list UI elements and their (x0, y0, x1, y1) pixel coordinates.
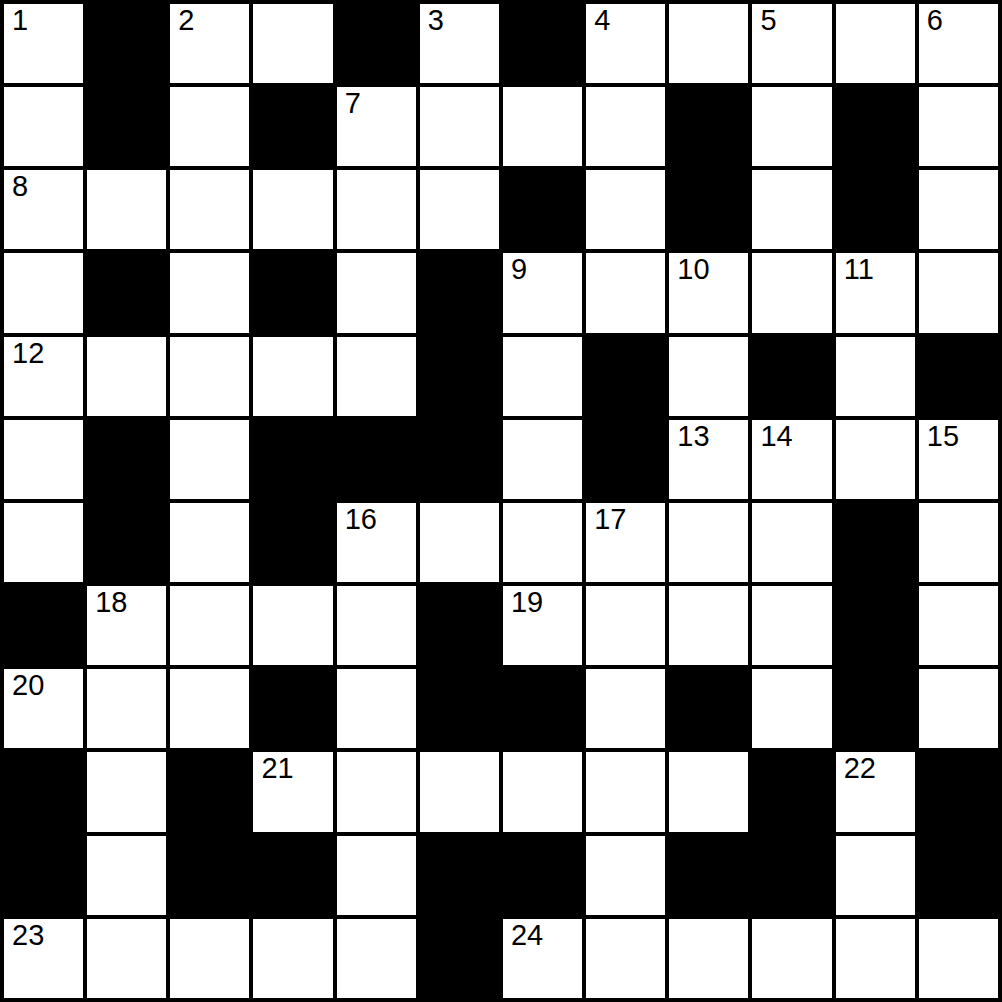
white-cell-r0c3[interactable] (253, 4, 332, 83)
black-cell-r9c9 (752, 752, 831, 831)
clue-number-15: 15 (927, 421, 959, 453)
white-cell-r3c8[interactable]: 10 (669, 253, 748, 332)
black-cell-r4c7 (586, 337, 665, 416)
white-cell-r2c4[interactable] (337, 170, 416, 249)
black-cell-r6c1 (87, 503, 166, 582)
black-cell-r7c0 (4, 586, 83, 665)
white-cell-r6c4[interactable]: 16 (337, 503, 416, 582)
white-cell-r2c5[interactable] (420, 170, 499, 249)
white-cell-r3c6[interactable]: 9 (503, 253, 582, 332)
white-cell-r1c11[interactable] (919, 87, 998, 166)
white-cell-r9c1[interactable] (87, 752, 166, 831)
white-cell-r9c3[interactable]: 21 (253, 752, 332, 831)
white-cell-r7c4[interactable] (337, 586, 416, 665)
black-cell-r5c4 (337, 420, 416, 499)
white-cell-r7c1[interactable]: 18 (87, 586, 166, 665)
white-cell-r8c11[interactable] (919, 669, 998, 748)
black-cell-r10c9 (752, 836, 831, 915)
clue-number-2: 2 (178, 5, 194, 37)
white-cell-r11c2[interactable] (170, 919, 249, 998)
clue-number-5: 5 (760, 5, 776, 37)
black-cell-r4c5 (420, 337, 499, 416)
black-cell-r3c3 (253, 253, 332, 332)
white-cell-r1c9[interactable] (752, 87, 831, 166)
white-cell-r11c6[interactable]: 24 (503, 919, 582, 998)
white-cell-r0c9[interactable]: 5 (752, 4, 831, 83)
white-cell-r3c10[interactable]: 11 (836, 253, 915, 332)
white-cell-r6c7[interactable]: 17 (586, 503, 665, 582)
white-cell-r1c6[interactable] (503, 87, 582, 166)
white-cell-r5c2[interactable] (170, 420, 249, 499)
white-cell-r4c3[interactable] (253, 337, 332, 416)
white-cell-r5c9[interactable]: 14 (752, 420, 831, 499)
white-cell-r4c6[interactable] (503, 337, 582, 416)
white-cell-r8c9[interactable] (752, 669, 831, 748)
clue-number-3: 3 (428, 5, 444, 37)
black-cell-r5c7 (586, 420, 665, 499)
white-cell-r3c2[interactable] (170, 253, 249, 332)
black-cell-r6c10 (836, 503, 915, 582)
white-cell-r11c3[interactable] (253, 919, 332, 998)
black-cell-r10c5 (420, 836, 499, 915)
black-cell-r7c10 (836, 586, 915, 665)
black-cell-r6c3 (253, 503, 332, 582)
white-cell-r1c0[interactable] (4, 87, 83, 166)
black-cell-r8c6 (503, 669, 582, 748)
white-cell-r6c8[interactable] (669, 503, 748, 582)
white-cell-r9c5[interactable] (420, 752, 499, 831)
white-cell-r3c9[interactable] (752, 253, 831, 332)
white-cell-r3c0[interactable] (4, 253, 83, 332)
black-cell-r5c1 (87, 420, 166, 499)
black-cell-r11c5 (420, 919, 499, 998)
white-cell-r0c10[interactable] (836, 4, 915, 83)
white-cell-r11c7[interactable] (586, 919, 665, 998)
white-cell-r9c7[interactable] (586, 752, 665, 831)
white-cell-r11c4[interactable] (337, 919, 416, 998)
clue-number-17: 17 (594, 504, 626, 536)
white-cell-r1c2[interactable] (170, 87, 249, 166)
white-cell-r0c2[interactable]: 2 (170, 4, 249, 83)
white-cell-r10c10[interactable] (836, 836, 915, 915)
white-cell-r2c9[interactable] (752, 170, 831, 249)
white-cell-r8c1[interactable] (87, 669, 166, 748)
white-cell-r8c2[interactable] (170, 669, 249, 748)
white-cell-r11c8[interactable] (669, 919, 748, 998)
white-cell-r10c4[interactable] (337, 836, 416, 915)
white-cell-r9c10[interactable]: 22 (836, 752, 915, 831)
clue-number-10: 10 (677, 254, 709, 286)
clue-number-4: 4 (594, 5, 610, 37)
black-cell-r10c6 (503, 836, 582, 915)
black-cell-r10c8 (669, 836, 748, 915)
clue-number-23: 23 (12, 920, 44, 952)
clue-number-18: 18 (95, 587, 127, 619)
white-cell-r8c0[interactable]: 20 (4, 669, 83, 748)
clue-number-19: 19 (511, 587, 543, 619)
black-cell-r8c3 (253, 669, 332, 748)
white-cell-r11c9[interactable] (752, 919, 831, 998)
white-cell-r4c4[interactable] (337, 337, 416, 416)
black-cell-r0c1 (87, 4, 166, 83)
black-cell-r4c9 (752, 337, 831, 416)
black-cell-r8c10 (836, 669, 915, 748)
clue-number-16: 16 (345, 504, 377, 536)
black-cell-r3c1 (87, 253, 166, 332)
white-cell-r3c4[interactable] (337, 253, 416, 332)
white-cell-r4c0[interactable]: 12 (4, 337, 83, 416)
white-cell-r9c6[interactable] (503, 752, 582, 831)
white-cell-r4c10[interactable] (836, 337, 915, 416)
white-cell-r9c8[interactable] (669, 752, 748, 831)
white-cell-r5c8[interactable]: 13 (669, 420, 748, 499)
white-cell-r2c11[interactable] (919, 170, 998, 249)
white-cell-r3c11[interactable] (919, 253, 998, 332)
white-cell-r2c3[interactable] (253, 170, 332, 249)
white-cell-r5c6[interactable] (503, 420, 582, 499)
black-cell-r3c5 (420, 253, 499, 332)
white-cell-r5c0[interactable] (4, 420, 83, 499)
black-cell-r8c8 (669, 669, 748, 748)
black-cell-r1c1 (87, 87, 166, 166)
white-cell-r2c7[interactable] (586, 170, 665, 249)
white-cell-r1c4[interactable]: 7 (337, 87, 416, 166)
black-cell-r1c3 (253, 87, 332, 166)
white-cell-r0c11[interactable]: 6 (919, 4, 998, 83)
white-cell-r0c5[interactable]: 3 (420, 4, 499, 83)
black-cell-r1c10 (836, 87, 915, 166)
white-cell-r4c2[interactable] (170, 337, 249, 416)
clue-number-20: 20 (12, 670, 44, 702)
white-cell-r11c0[interactable]: 23 (4, 919, 83, 998)
black-cell-r0c4 (337, 4, 416, 83)
black-cell-r2c6 (503, 170, 582, 249)
white-cell-r10c7[interactable] (586, 836, 665, 915)
clue-number-12: 12 (12, 338, 44, 370)
clue-number-1: 1 (12, 5, 28, 37)
white-cell-r2c0[interactable]: 8 (4, 170, 83, 249)
black-cell-r10c11 (919, 836, 998, 915)
white-cell-r9c4[interactable] (337, 752, 416, 831)
white-cell-r4c1[interactable] (87, 337, 166, 416)
black-cell-r8c5 (420, 669, 499, 748)
black-cell-r0c6 (503, 4, 582, 83)
white-cell-r6c6[interactable] (503, 503, 582, 582)
black-cell-r9c2 (170, 752, 249, 831)
white-cell-r7c3[interactable] (253, 586, 332, 665)
white-cell-r11c11[interactable] (919, 919, 998, 998)
white-cell-r0c0[interactable]: 1 (4, 4, 83, 83)
white-cell-r7c6[interactable]: 19 (503, 586, 582, 665)
black-cell-r5c3 (253, 420, 332, 499)
white-cell-r7c11[interactable] (919, 586, 998, 665)
white-cell-r6c2[interactable] (170, 503, 249, 582)
white-cell-r6c9[interactable] (752, 503, 831, 582)
white-cell-r6c0[interactable] (4, 503, 83, 582)
white-cell-r6c11[interactable] (919, 503, 998, 582)
black-cell-r2c10 (836, 170, 915, 249)
white-cell-r1c7[interactable] (586, 87, 665, 166)
white-cell-r7c8[interactable] (669, 586, 748, 665)
white-cell-r11c1[interactable] (87, 919, 166, 998)
black-cell-r10c2 (170, 836, 249, 915)
clue-number-24: 24 (511, 920, 543, 952)
black-cell-r10c3 (253, 836, 332, 915)
black-cell-r9c0 (4, 752, 83, 831)
black-cell-r4c11 (919, 337, 998, 416)
white-cell-r7c9[interactable] (752, 586, 831, 665)
white-cell-r8c7[interactable] (586, 669, 665, 748)
white-cell-r1c5[interactable] (420, 87, 499, 166)
white-cell-r0c7[interactable]: 4 (586, 4, 665, 83)
clue-number-9: 9 (511, 254, 527, 286)
clue-number-11: 11 (844, 254, 874, 286)
white-cell-r7c2[interactable] (170, 586, 249, 665)
clue-number-6: 6 (927, 5, 943, 37)
white-cell-r7c7[interactable] (586, 586, 665, 665)
white-cell-r0c8[interactable] (669, 4, 748, 83)
white-cell-r4c8[interactable] (669, 337, 748, 416)
white-cell-r3c7[interactable] (586, 253, 665, 332)
clue-number-22: 22 (844, 753, 876, 785)
white-cell-r11c10[interactable] (836, 919, 915, 998)
crossword-grid: 123456789101112131415161718192021222324 (0, 0, 1002, 1002)
black-cell-r1c8 (669, 87, 748, 166)
white-cell-r5c11[interactable]: 15 (919, 420, 998, 499)
black-cell-r10c0 (4, 836, 83, 915)
clue-number-8: 8 (12, 171, 28, 203)
black-cell-r2c8 (669, 170, 748, 249)
black-cell-r7c5 (420, 586, 499, 665)
white-cell-r6c5[interactable] (420, 503, 499, 582)
white-cell-r8c4[interactable] (337, 669, 416, 748)
clue-number-14: 14 (760, 421, 792, 453)
white-cell-r5c10[interactable] (836, 420, 915, 499)
clue-number-7: 7 (345, 88, 361, 120)
clue-number-13: 13 (677, 421, 709, 453)
white-cell-r2c2[interactable] (170, 170, 249, 249)
black-cell-r5c5 (420, 420, 499, 499)
white-cell-r10c1[interactable] (87, 836, 166, 915)
white-cell-r2c1[interactable] (87, 170, 166, 249)
clue-number-21: 21 (261, 753, 293, 785)
black-cell-r9c11 (919, 752, 998, 831)
